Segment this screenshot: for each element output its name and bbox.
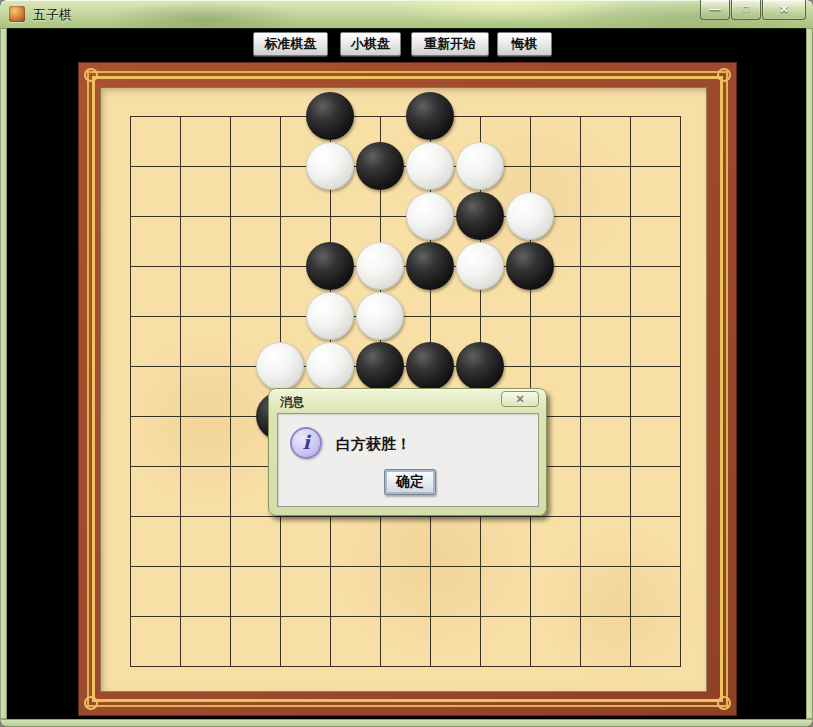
window-border-right bbox=[806, 28, 813, 719]
close-button[interactable]: ✕ bbox=[762, 0, 806, 20]
stone-white bbox=[256, 342, 304, 390]
window-border-left bbox=[0, 28, 7, 719]
frame-corner-ornament bbox=[84, 68, 98, 82]
app-window: 五子棋 — □ ✕ 标准棋盘 小棋盘 重新开始 悔棋 消息 ✕ i 白方获胜！ … bbox=[0, 0, 813, 727]
frame-corner-ornament bbox=[717, 696, 731, 710]
info-icon: i bbox=[290, 427, 322, 459]
dialog-content: i 白方获胜！ 确定 bbox=[277, 413, 539, 507]
stone-white bbox=[456, 242, 504, 290]
titlebar[interactable]: 五子棋 — □ ✕ bbox=[0, 0, 813, 29]
window-title: 五子棋 bbox=[33, 6, 72, 24]
undo-button[interactable]: 悔棋 bbox=[497, 32, 552, 56]
stone-white bbox=[406, 192, 454, 240]
stone-black bbox=[456, 342, 504, 390]
stone-white bbox=[306, 292, 354, 340]
stone-black bbox=[506, 242, 554, 290]
stone-black bbox=[356, 142, 404, 190]
dialog-title: 消息 bbox=[280, 394, 304, 411]
frame-corner-ornament bbox=[717, 68, 731, 82]
standard-board-button[interactable]: 标准棋盘 bbox=[253, 32, 328, 56]
stone-black bbox=[456, 192, 504, 240]
stone-black bbox=[406, 342, 454, 390]
stone-white bbox=[306, 142, 354, 190]
window-border-bottom bbox=[0, 719, 813, 727]
stone-black bbox=[306, 92, 354, 140]
stone-white bbox=[506, 192, 554, 240]
stone-white bbox=[356, 242, 404, 290]
dialog-message: 白方获胜！ bbox=[336, 435, 411, 454]
ok-button[interactable]: 确定 bbox=[384, 469, 436, 495]
stone-black bbox=[406, 92, 454, 140]
restart-button[interactable]: 重新开始 bbox=[411, 32, 489, 56]
dialog-close-icon[interactable]: ✕ bbox=[501, 391, 539, 407]
stone-black bbox=[306, 242, 354, 290]
stone-white bbox=[456, 142, 504, 190]
maximize-button[interactable]: □ bbox=[731, 0, 761, 20]
small-board-button[interactable]: 小棋盘 bbox=[340, 32, 401, 56]
message-dialog[interactable]: 消息 ✕ i 白方获胜！ 确定 bbox=[268, 388, 547, 516]
stone-black bbox=[356, 342, 404, 390]
minimize-button[interactable]: — bbox=[700, 0, 730, 20]
stone-white bbox=[306, 342, 354, 390]
frame-corner-ornament bbox=[84, 696, 98, 710]
stone-white bbox=[356, 292, 404, 340]
app-icon bbox=[9, 6, 25, 22]
stone-black bbox=[406, 242, 454, 290]
stone-white bbox=[406, 142, 454, 190]
